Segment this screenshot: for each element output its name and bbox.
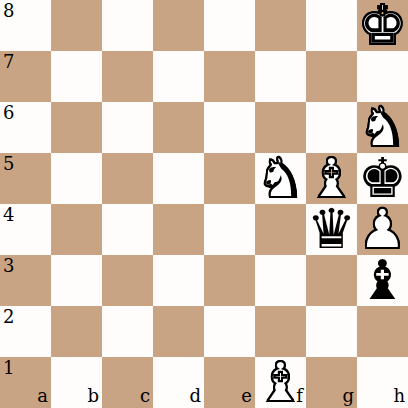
square-a5[interactable] bbox=[0, 153, 51, 204]
square-c1[interactable] bbox=[102, 357, 153, 408]
square-e8[interactable] bbox=[204, 0, 255, 51]
square-a4[interactable] bbox=[0, 204, 51, 255]
square-e2[interactable] bbox=[204, 306, 255, 357]
square-e6[interactable] bbox=[204, 102, 255, 153]
square-d5[interactable] bbox=[153, 153, 204, 204]
square-d4[interactable] bbox=[153, 204, 204, 255]
board-grid: ♚︎♞︎♞︎♝︎♚︎♛︎♟︎♝︎♝︎ bbox=[0, 0, 408, 408]
piece-black-queen[interactable]: ♛︎ bbox=[307, 204, 356, 255]
piece-white-bishop[interactable]: ♝︎ bbox=[256, 357, 305, 408]
square-g8[interactable] bbox=[306, 0, 357, 51]
square-b5[interactable] bbox=[51, 153, 102, 204]
square-d6[interactable] bbox=[153, 102, 204, 153]
square-e4[interactable] bbox=[204, 204, 255, 255]
square-f8[interactable] bbox=[255, 0, 306, 51]
square-e7[interactable] bbox=[204, 51, 255, 102]
chess-board: ♚︎♞︎♞︎♝︎♚︎♛︎♟︎♝︎♝︎ 8 7 6 5 4 3 2 1 a b c… bbox=[0, 0, 408, 408]
square-a8[interactable] bbox=[0, 0, 51, 51]
square-h8[interactable]: ♚︎ bbox=[357, 0, 408, 51]
square-c3[interactable] bbox=[102, 255, 153, 306]
square-h1[interactable] bbox=[357, 357, 408, 408]
square-a7[interactable] bbox=[0, 51, 51, 102]
square-d1[interactable] bbox=[153, 357, 204, 408]
square-h2[interactable] bbox=[357, 306, 408, 357]
square-e5[interactable] bbox=[204, 153, 255, 204]
piece-white-knight[interactable]: ♞︎ bbox=[256, 153, 305, 204]
square-a3[interactable] bbox=[0, 255, 51, 306]
square-g3[interactable] bbox=[306, 255, 357, 306]
square-d2[interactable] bbox=[153, 306, 204, 357]
square-g4[interactable]: ♛︎ bbox=[306, 204, 357, 255]
square-b4[interactable] bbox=[51, 204, 102, 255]
square-f5[interactable]: ♞︎ bbox=[255, 153, 306, 204]
square-a1[interactable] bbox=[0, 357, 51, 408]
square-a6[interactable] bbox=[0, 102, 51, 153]
square-d3[interactable] bbox=[153, 255, 204, 306]
square-c2[interactable] bbox=[102, 306, 153, 357]
square-b8[interactable] bbox=[51, 0, 102, 51]
square-c8[interactable] bbox=[102, 0, 153, 51]
piece-white-king[interactable]: ♚︎ bbox=[358, 0, 407, 51]
square-c4[interactable] bbox=[102, 204, 153, 255]
square-b1[interactable] bbox=[51, 357, 102, 408]
square-e3[interactable] bbox=[204, 255, 255, 306]
square-f7[interactable] bbox=[255, 51, 306, 102]
square-a2[interactable] bbox=[0, 306, 51, 357]
square-b7[interactable] bbox=[51, 51, 102, 102]
square-g1[interactable] bbox=[306, 357, 357, 408]
square-f4[interactable] bbox=[255, 204, 306, 255]
square-g2[interactable] bbox=[306, 306, 357, 357]
square-d7[interactable] bbox=[153, 51, 204, 102]
square-d8[interactable] bbox=[153, 0, 204, 51]
square-c6[interactable] bbox=[102, 102, 153, 153]
square-b6[interactable] bbox=[51, 102, 102, 153]
square-b3[interactable] bbox=[51, 255, 102, 306]
piece-black-bishop[interactable]: ♝︎ bbox=[358, 255, 407, 306]
square-h3[interactable]: ♝︎ bbox=[357, 255, 408, 306]
square-e1[interactable] bbox=[204, 357, 255, 408]
square-c5[interactable] bbox=[102, 153, 153, 204]
square-g7[interactable] bbox=[306, 51, 357, 102]
square-b2[interactable] bbox=[51, 306, 102, 357]
square-c7[interactable] bbox=[102, 51, 153, 102]
square-f3[interactable] bbox=[255, 255, 306, 306]
square-f1[interactable]: ♝︎ bbox=[255, 357, 306, 408]
